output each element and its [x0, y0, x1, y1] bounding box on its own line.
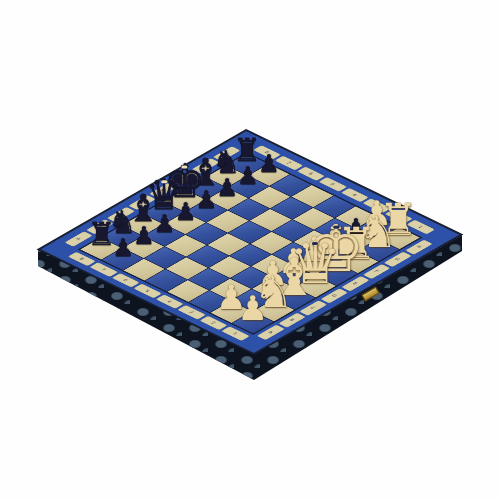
product-photo-stage: 87654321 87654321 HGFEDCBA HGFEDCBA ♜♞♝♛… [0, 0, 500, 500]
chess-board: 87654321 87654321 HGFEDCBA HGFEDCBA [38, 130, 462, 355]
